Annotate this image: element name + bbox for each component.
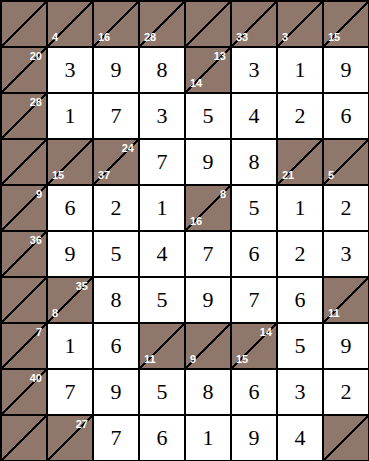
value-cell-r1c2[interactable]: 9 — [94, 48, 138, 92]
across-clue: 14 — [260, 326, 272, 338]
value-cell-r5c3[interactable]: 4 — [140, 232, 184, 276]
value-cell-r6c4[interactable]: 9 — [186, 278, 230, 322]
clue-cell-r0c1: 4 — [48, 2, 92, 46]
down-clue: 33 — [236, 31, 248, 43]
clue-cell-r3c1: 15 — [48, 140, 92, 184]
clue-cell-r6c7: 11 — [324, 278, 368, 322]
value-cell-r8c5[interactable]: 6 — [232, 370, 276, 414]
down-clue: 3 — [282, 31, 288, 43]
clue-cell-r9c1: 27 — [48, 416, 92, 460]
down-clue: 37 — [98, 169, 110, 181]
down-clue: 4 — [52, 31, 58, 43]
clue-cell-r1c4: 1314 — [186, 48, 230, 92]
clue-cell-r7c4: 9 — [186, 324, 230, 368]
block-cell-r3c0 — [2, 140, 46, 184]
across-clue: 40 — [30, 372, 42, 384]
value-cell-r2c6[interactable]: 2 — [278, 94, 322, 138]
value-cell-r9c6[interactable]: 4 — [278, 416, 322, 460]
value-cell-r2c3[interactable]: 3 — [140, 94, 184, 138]
value-cell-r7c1[interactable]: 1 — [48, 324, 92, 368]
across-clue: 35 — [76, 280, 88, 292]
value-cell-r1c6[interactable]: 1 — [278, 48, 322, 92]
block-cell-r9c0 — [2, 416, 46, 460]
across-clue: 36 — [30, 234, 42, 246]
across-clue: 20 — [30, 50, 42, 62]
value-cell-r6c6[interactable]: 6 — [278, 278, 322, 322]
clue-cell-r3c2: 2437 — [94, 140, 138, 184]
value-cell-r8c3[interactable]: 5 — [140, 370, 184, 414]
value-cell-r1c3[interactable]: 8 — [140, 48, 184, 92]
block-cell-r0c4 — [186, 2, 230, 46]
value-cell-r5c7[interactable]: 3 — [324, 232, 368, 276]
clue-cell-r6c1: 358 — [48, 278, 92, 322]
down-clue: 14 — [190, 77, 202, 89]
across-clue: 27 — [76, 418, 88, 430]
across-clue: 8 — [220, 188, 226, 200]
clue-cell-r7c0: 7 — [2, 324, 46, 368]
value-cell-r9c2[interactable]: 7 — [94, 416, 138, 460]
value-cell-r3c5[interactable]: 8 — [232, 140, 276, 184]
clue-cell-r7c3: 11 — [140, 324, 184, 368]
kakuro-board: 4162833315203981314319281735426152437798… — [0, 0, 369, 461]
down-clue: 9 — [190, 353, 196, 365]
value-cell-r4c7[interactable]: 2 — [324, 186, 368, 230]
down-clue: 15 — [328, 31, 340, 43]
across-clue: 7 — [36, 326, 42, 338]
clue-cell-r8c0: 40 — [2, 370, 46, 414]
down-clue: 11 — [328, 307, 340, 319]
value-cell-r2c4[interactable]: 5 — [186, 94, 230, 138]
value-cell-r5c1[interactable]: 9 — [48, 232, 92, 276]
value-cell-r4c1[interactable]: 6 — [48, 186, 92, 230]
down-clue: 15 — [52, 169, 64, 181]
block-cell-r9c7 — [324, 416, 368, 460]
clue-cell-r0c6: 3 — [278, 2, 322, 46]
value-cell-r4c5[interactable]: 5 — [232, 186, 276, 230]
value-cell-r9c4[interactable]: 1 — [186, 416, 230, 460]
value-cell-r9c3[interactable]: 6 — [140, 416, 184, 460]
value-cell-r7c2[interactable]: 6 — [94, 324, 138, 368]
down-clue: 21 — [282, 169, 294, 181]
down-clue: 8 — [52, 307, 58, 319]
across-clue: 9 — [36, 188, 42, 200]
value-cell-r5c6[interactable]: 2 — [278, 232, 322, 276]
across-clue: 13 — [214, 50, 226, 62]
value-cell-r9c5[interactable]: 9 — [232, 416, 276, 460]
clue-cell-r4c4: 816 — [186, 186, 230, 230]
down-clue: 16 — [190, 215, 202, 227]
clue-cell-r0c3: 28 — [140, 2, 184, 46]
value-cell-r2c7[interactable]: 6 — [324, 94, 368, 138]
value-cell-r6c5[interactable]: 7 — [232, 278, 276, 322]
value-cell-r1c7[interactable]: 9 — [324, 48, 368, 92]
value-cell-r1c5[interactable]: 3 — [232, 48, 276, 92]
value-cell-r1c1[interactable]: 3 — [48, 48, 92, 92]
value-cell-r5c5[interactable]: 6 — [232, 232, 276, 276]
value-cell-r7c7[interactable]: 9 — [324, 324, 368, 368]
value-cell-r3c4[interactable]: 9 — [186, 140, 230, 184]
value-cell-r2c1[interactable]: 1 — [48, 94, 92, 138]
value-cell-r8c4[interactable]: 8 — [186, 370, 230, 414]
value-cell-r8c7[interactable]: 2 — [324, 370, 368, 414]
down-clue: 5 — [328, 169, 334, 181]
value-cell-r5c2[interactable]: 5 — [94, 232, 138, 276]
block-cell-r0c0 — [2, 2, 46, 46]
value-cell-r6c2[interactable]: 8 — [94, 278, 138, 322]
down-clue: 28 — [144, 31, 156, 43]
value-cell-r7c6[interactable]: 5 — [278, 324, 322, 368]
clue-cell-r0c5: 33 — [232, 2, 276, 46]
across-clue: 24 — [122, 142, 134, 154]
value-cell-r4c3[interactable]: 1 — [140, 186, 184, 230]
value-cell-r8c2[interactable]: 9 — [94, 370, 138, 414]
across-clue: 28 — [30, 96, 42, 108]
value-cell-r3c3[interactable]: 7 — [140, 140, 184, 184]
value-cell-r4c6[interactable]: 1 — [278, 186, 322, 230]
down-clue: 11 — [144, 353, 156, 365]
clue-cell-r1c0: 20 — [2, 48, 46, 92]
value-cell-r4c2[interactable]: 2 — [94, 186, 138, 230]
value-cell-r6c3[interactable]: 5 — [140, 278, 184, 322]
down-clue: 15 — [236, 353, 248, 365]
clue-cell-r7c5: 1415 — [232, 324, 276, 368]
clue-cell-r4c0: 9 — [2, 186, 46, 230]
clue-cell-r3c6: 21 — [278, 140, 322, 184]
value-cell-r8c1[interactable]: 7 — [48, 370, 92, 414]
block-cell-r6c0 — [2, 278, 46, 322]
value-cell-r2c5[interactable]: 4 — [232, 94, 276, 138]
value-cell-r8c6[interactable]: 3 — [278, 370, 322, 414]
clue-cell-r0c2: 16 — [94, 2, 138, 46]
down-clue: 16 — [98, 31, 110, 43]
value-cell-r5c4[interactable]: 7 — [186, 232, 230, 276]
clue-cell-r0c7: 15 — [324, 2, 368, 46]
clue-cell-r2c0: 28 — [2, 94, 46, 138]
clue-cell-r3c7: 5 — [324, 140, 368, 184]
clue-cell-r5c0: 36 — [2, 232, 46, 276]
value-cell-r2c2[interactable]: 7 — [94, 94, 138, 138]
